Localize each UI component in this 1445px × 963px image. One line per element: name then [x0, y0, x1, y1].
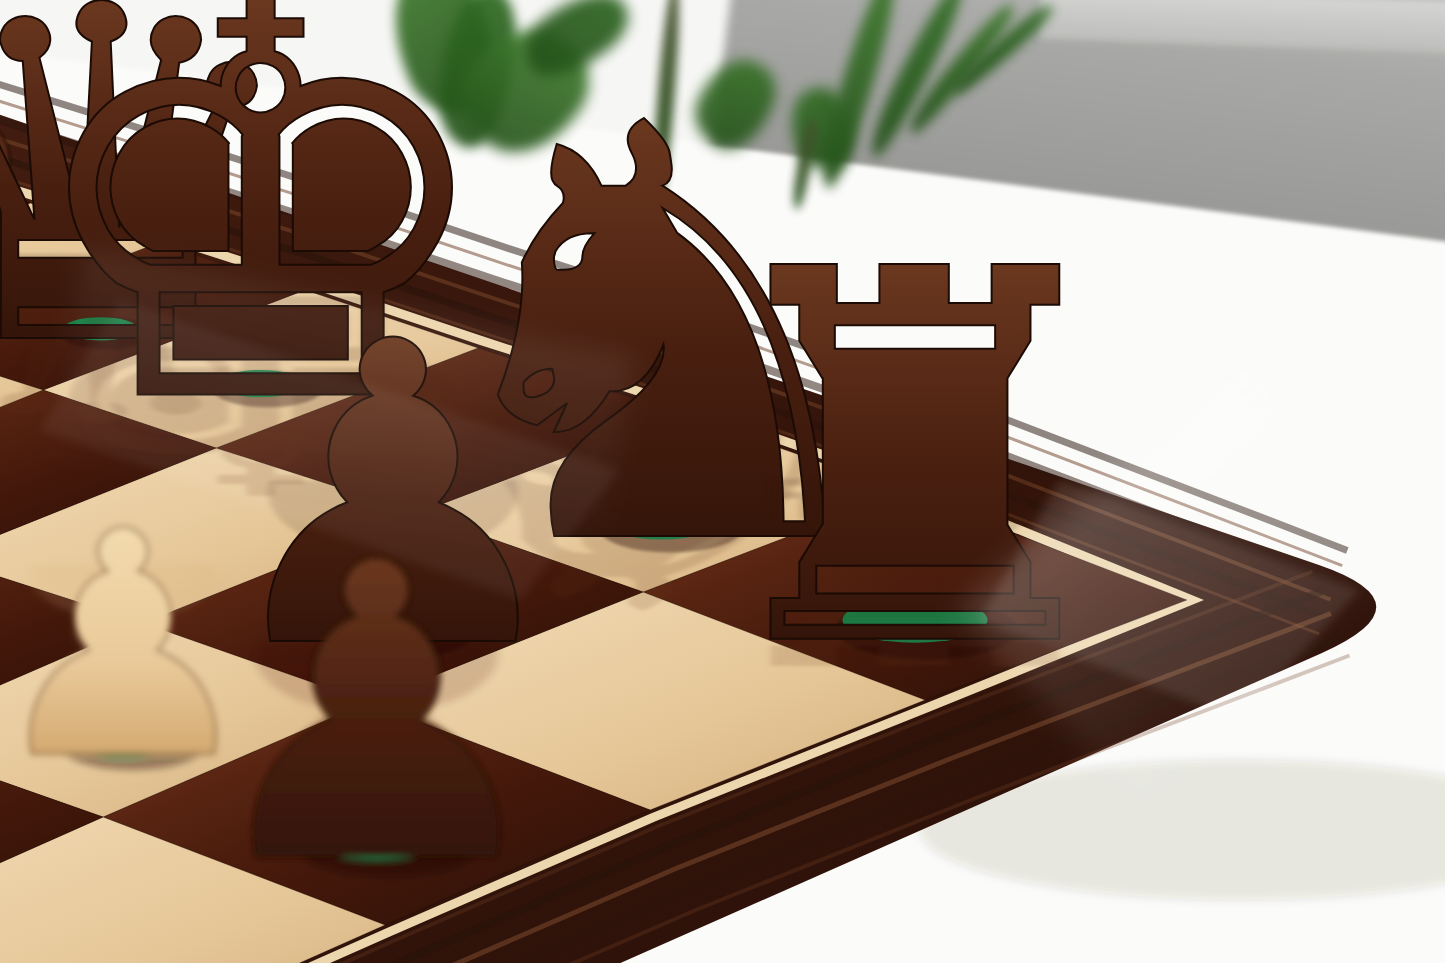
chess-board: ♝♝♛♛♚♚♞♞♜♜♟♟♟♟♟♟ — [0, 0, 1445, 963]
photo-scene: ♝♝♛♛♚♚♞♞♜♜♟♟♟♟♟♟ — [0, 0, 1445, 963]
piece-glyph-rook: ♜ — [685, 162, 1145, 759]
piece-white-pawn-g6: ♟♟ — [0, 465, 262, 826]
chess-board-svg: ♝♝♛♛♚♚♞♞♜♜♟♟♟♟♟♟ — [0, 0, 1445, 963]
piece-glyph-pawn: ♟ — [0, 465, 262, 826]
piece-black-rook-h8: ♜♜ — [685, 162, 1145, 759]
